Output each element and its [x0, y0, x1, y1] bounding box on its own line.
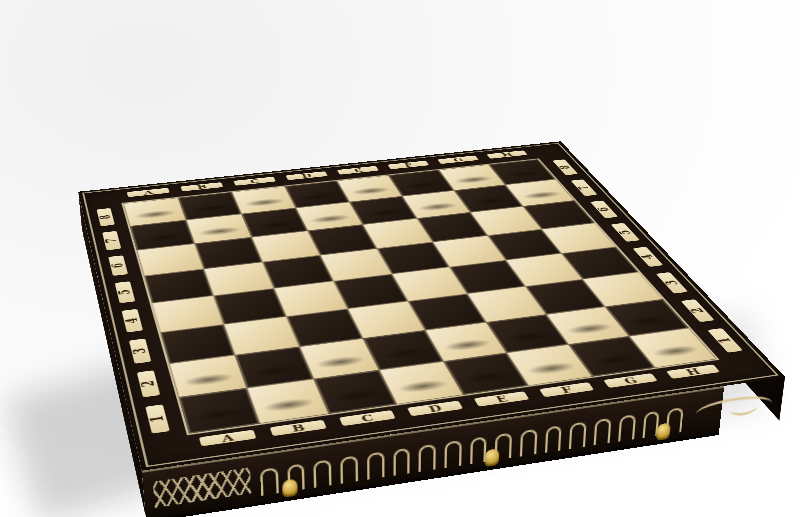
fretwork-arch: [666, 407, 684, 434]
fretwork-arch: [545, 425, 562, 453]
file-label-e-bottom-text: E: [494, 394, 510, 404]
fretwork-arch: [367, 452, 384, 480]
file-label-g-bottom-text: G: [622, 376, 640, 386]
file-label-c-bottom-text: C: [360, 413, 376, 424]
fretwork-arch: [314, 459, 332, 488]
file-label-c-bottom: C: [339, 410, 396, 426]
file-label-a-bottom: A: [199, 430, 257, 447]
lattice-carving: [153, 467, 252, 508]
white-rook-icon: ♜: [123, 204, 317, 421]
brass-hinge: [484, 448, 499, 467]
file-label-h-bottom-text: H: [683, 367, 702, 377]
fretwork-arch: [340, 455, 357, 483]
file-label-h-bottom: H: [666, 364, 720, 378]
file-label-f-bottom: F: [539, 382, 594, 397]
fretwork-arch: [444, 440, 461, 468]
file-label-f-bottom-text: F: [559, 385, 575, 395]
chess-board: ♜♜♞♞♝♝♛♛♚♚♝♝♞♞♜♜♟♟♟♟♟♟♟♟♟♟♟♟♟♟♟♟♜♞♝♛♚♝♝♞…: [78, 141, 785, 470]
file-label-a-bottom-text: A: [220, 432, 235, 443]
fretwork-arch: [594, 418, 612, 446]
rank-label-1-left-text: 1: [146, 414, 169, 423]
fretwork-arch: [260, 467, 279, 496]
file-label-d-bottom-text: D: [427, 403, 444, 414]
fretwork-arch: [419, 444, 436, 472]
fretwork-arch: [569, 422, 586, 450]
file-label-b-bottom: B: [270, 420, 327, 436]
file-label-e-bottom: E: [474, 391, 530, 406]
file-label-d-bottom: D: [407, 401, 463, 417]
file-label-b-bottom-text: B: [290, 422, 306, 433]
file-label-g-bottom: G: [603, 373, 658, 388]
rank-label-8-left-text: 8: [97, 214, 115, 220]
photo-stage: ♜♜♞♞♝♝♛♛♚♚♝♝♞♞♜♜♟♟♟♟♟♟♟♟♟♟♟♟♟♟♟♟♜♞♝♛♚♝♝♞…: [0, 0, 800, 517]
rank-label-7-left-text: 7: [102, 237, 120, 243]
fretwork-arch: [393, 448, 410, 476]
fretwork-arch: [520, 429, 537, 457]
fretwork-arch: [618, 414, 636, 442]
playing-area: ♜♜♞♞♝♝♛♛♚♚♝♝♞♞♜♜♟♟♟♟♟♟♟♟♟♟♟♟♟♟♟♟♜♞♝♛♚♝♝♞…: [123, 159, 716, 433]
square-a1[interactable]: ♜: [179, 388, 260, 433]
scene: ♜♜♞♞♝♝♛♛♚♚♝♝♞♞♜♜♟♟♟♟♟♟♟♟♟♟♟♟♟♟♟♟♜♞♝♛♚♝♝♞…: [0, 0, 800, 517]
vine-carving: [694, 392, 773, 425]
